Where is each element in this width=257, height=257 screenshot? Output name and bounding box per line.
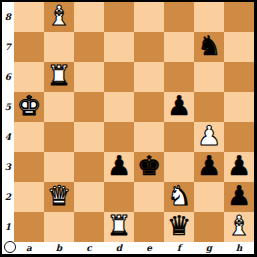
square-a4[interactable] [14,122,44,152]
square-f6[interactable] [164,62,194,92]
black-knight: ♞ [197,31,221,61]
square-c2[interactable] [74,182,104,212]
square-h7[interactable] [224,32,254,62]
square-g6[interactable] [194,62,224,92]
square-c8[interactable] [74,2,104,32]
square-f3[interactable] [164,152,194,182]
square-b5[interactable] [44,92,74,122]
square-d1[interactable]: ♜ [104,212,134,242]
square-c4[interactable] [74,122,104,152]
rank-label-gutter: 87654321 [2,2,14,242]
file-label-b: b [44,242,74,254]
square-g4[interactable]: ♟ [194,122,224,152]
square-a6[interactable] [14,62,44,92]
square-e7[interactable] [134,32,164,62]
white-king: ♚ [17,91,41,121]
square-e2[interactable] [134,182,164,212]
square-f2[interactable]: ♞ [164,182,194,212]
file-label-f: f [164,242,194,254]
square-f7[interactable] [164,32,194,62]
file-label-a: a [14,242,44,254]
white-rook: ♜ [107,211,131,241]
black-pawn: ♟ [167,91,191,121]
file-label-d: d [104,242,134,254]
rank-label-5: 5 [2,92,14,122]
square-h4[interactable] [224,122,254,152]
square-d4[interactable] [104,122,134,152]
square-h8[interactable] [224,2,254,32]
black-pawn: ♟ [227,181,251,211]
rank-label-3: 3 [2,152,14,182]
square-d2[interactable] [104,182,134,212]
white-bishop: ♝ [47,1,71,31]
square-f5[interactable]: ♟ [164,92,194,122]
square-a2[interactable] [14,182,44,212]
square-d7[interactable] [104,32,134,62]
square-e8[interactable] [134,2,164,32]
square-d8[interactable] [104,2,134,32]
square-c1[interactable] [74,212,104,242]
square-d5[interactable] [104,92,134,122]
file-label-e: e [134,242,164,254]
square-h2[interactable]: ♟ [224,182,254,212]
file-label-g: g [194,242,224,254]
file-label-c: c [74,242,104,254]
square-g2[interactable] [194,182,224,212]
square-d3[interactable]: ♟ [104,152,134,182]
square-a3[interactable] [14,152,44,182]
square-g7[interactable]: ♞ [194,32,224,62]
file-label-h: h [224,242,254,254]
black-pawn: ♟ [107,151,131,181]
square-c7[interactable] [74,32,104,62]
rank-label-6: 6 [2,62,14,92]
square-b6[interactable]: ♜ [44,62,74,92]
square-a7[interactable] [14,32,44,62]
square-h1[interactable]: ♝ [224,212,254,242]
square-b3[interactable] [44,152,74,182]
square-c5[interactable] [74,92,104,122]
chess-board: ♝♞♜♚♟♟♟♚♟♟♛♞♟♜♛♝ [14,2,254,242]
square-b7[interactable] [44,32,74,62]
square-b4[interactable] [44,122,74,152]
square-b8[interactable]: ♝ [44,2,74,32]
square-a5[interactable]: ♚ [14,92,44,122]
chess-diagram: 87654321 ♝♞♜♚♟♟♟♚♟♟♛♞♟♜♛♝ abcdefgh [0,0,257,257]
square-e3[interactable]: ♚ [134,152,164,182]
square-g3[interactable]: ♟ [194,152,224,182]
square-g8[interactable] [194,2,224,32]
square-h3[interactable]: ♟ [224,152,254,182]
black-pawn: ♟ [227,151,251,181]
black-king: ♚ [137,151,161,181]
white-knight: ♞ [167,181,191,211]
square-d6[interactable] [104,62,134,92]
square-b1[interactable] [44,212,74,242]
white-pawn: ♟ [197,121,221,151]
square-f4[interactable] [164,122,194,152]
white-bishop: ♝ [227,211,251,241]
square-c3[interactable] [74,152,104,182]
white-queen: ♛ [47,181,71,211]
square-g5[interactable] [194,92,224,122]
square-c6[interactable] [74,62,104,92]
square-e4[interactable] [134,122,164,152]
rank-label-7: 7 [2,32,14,62]
rank-label-1: 1 [2,212,14,242]
square-f8[interactable] [164,2,194,32]
square-f1[interactable]: ♛ [164,212,194,242]
square-e5[interactable] [134,92,164,122]
white-rook: ♜ [47,61,71,91]
square-e6[interactable] [134,62,164,92]
square-b2[interactable]: ♛ [44,182,74,212]
rank-label-8: 8 [2,2,14,32]
black-queen: ♛ [167,211,191,241]
square-a8[interactable] [14,2,44,32]
rank-label-2: 2 [2,182,14,212]
black-pawn: ♟ [197,151,221,181]
square-h5[interactable] [224,92,254,122]
square-a1[interactable] [14,212,44,242]
square-h6[interactable] [224,62,254,92]
square-e1[interactable] [134,212,164,242]
rank-label-4: 4 [2,122,14,152]
square-g1[interactable] [194,212,224,242]
